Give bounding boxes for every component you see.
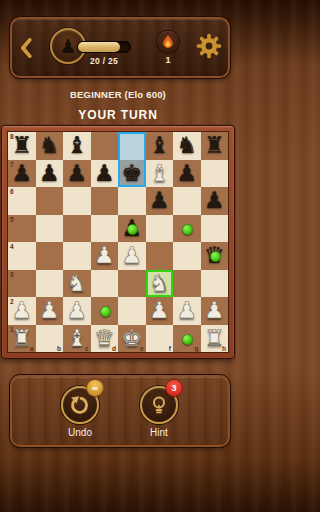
flame-icon — [162, 34, 174, 49]
piece-black-rook-h8[interactable]: ♜ — [201, 132, 229, 160]
file-label-f: f — [169, 345, 171, 352]
turn-indicator: YOUR TURN — [0, 108, 236, 122]
piece-black-bishop-c8[interactable]: ♝ — [63, 132, 91, 160]
piece-white-pawn-g2[interactable]: ♟ — [173, 297, 201, 325]
piece-white-pawn-e4[interactable]: ♟ — [118, 242, 146, 270]
piece-white-king-e1[interactable]: ♚ — [118, 325, 146, 353]
piece-black-knight-b8[interactable]: ♞ — [36, 132, 64, 160]
piece-white-pawn-c2[interactable]: ♟ — [63, 297, 91, 325]
square-d8[interactable] — [91, 132, 119, 160]
action-panel: ∞ Undo 3 Hint — [10, 375, 230, 447]
square-b3[interactable] — [36, 270, 64, 298]
difficulty-label: BEGINNER (Elo 600) — [0, 89, 236, 100]
piece-black-pawn-h6[interactable]: ♟ — [201, 187, 229, 215]
piece-white-bishop-c1[interactable]: ♝ — [63, 325, 91, 353]
square-d6[interactable] — [91, 187, 119, 215]
level-progress-bar — [78, 42, 130, 52]
square-b5[interactable] — [36, 215, 64, 243]
piece-black-pawn-c7[interactable]: ♟ — [63, 160, 91, 188]
undo-count-badge: ∞ — [87, 380, 103, 396]
rank-label-6: 6 — [10, 188, 14, 195]
square-g3[interactable] — [173, 270, 201, 298]
piece-white-rook-a1[interactable]: ♜ — [8, 325, 36, 353]
hint-button[interactable]: 3 Hint — [124, 386, 194, 438]
square-f5[interactable] — [146, 215, 174, 243]
board-frame: 87654321abcdefgh♜♞♝♝♞♜♟♟♟♟♚♝♟♟♟♟♟♟♛♞♞♟♟♟… — [1, 125, 235, 359]
square-h3[interactable] — [201, 270, 229, 298]
chess-board[interactable]: 87654321abcdefgh♜♞♝♝♞♜♟♟♟♟♚♝♟♟♟♟♟♟♛♞♞♟♟♟… — [8, 132, 228, 352]
gear-icon — [196, 33, 222, 59]
piece-black-pawn-d7[interactable]: ♟ — [91, 160, 119, 188]
square-f1[interactable]: f — [146, 325, 174, 353]
square-b4[interactable] — [36, 242, 64, 270]
square-b6[interactable] — [36, 187, 64, 215]
piece-black-bishop-f8[interactable]: ♝ — [146, 132, 174, 160]
square-c5[interactable] — [63, 215, 91, 243]
square-c4[interactable] — [63, 242, 91, 270]
hint-label: Hint — [124, 427, 194, 438]
back-button[interactable] — [19, 38, 33, 58]
square-e6[interactable] — [118, 187, 146, 215]
piece-black-pawn-b7[interactable]: ♟ — [36, 160, 64, 188]
undo-arrow-icon — [70, 395, 90, 415]
streak-count: 1 — [157, 55, 179, 65]
piece-white-pawn-h2[interactable]: ♟ — [201, 297, 229, 325]
square-a3[interactable]: 3 — [8, 270, 36, 298]
level-progress-fill — [78, 42, 120, 52]
piece-black-pawn-a7[interactable]: ♟ — [8, 160, 36, 188]
move-dot-d2[interactable] — [100, 306, 111, 317]
square-c6[interactable] — [63, 187, 91, 215]
piece-white-bishop-f7[interactable]: ♝ — [146, 160, 174, 188]
piece-black-knight-g8[interactable]: ♞ — [173, 132, 201, 160]
square-g4[interactable] — [173, 242, 201, 270]
square-a4[interactable]: 4 — [8, 242, 36, 270]
black-pawn-icon: ♟ — [59, 35, 76, 57]
hint-count-badge: 3 — [166, 380, 182, 396]
level-progress-text: 20 / 25 — [64, 56, 144, 66]
piece-black-pawn-g7[interactable]: ♟ — [173, 160, 201, 188]
capture-dot-h4[interactable] — [210, 251, 221, 262]
back-chevron-icon — [19, 38, 33, 58]
piece-black-pawn-f6[interactable]: ♟ — [146, 187, 174, 215]
piece-black-rook-a8[interactable]: ♜ — [8, 132, 36, 160]
piece-white-knight-f3[interactable]: ♞ — [146, 270, 174, 298]
square-f4[interactable] — [146, 242, 174, 270]
square-a6[interactable]: 6 — [8, 187, 36, 215]
square-g6[interactable] — [173, 187, 201, 215]
square-e3[interactable] — [118, 270, 146, 298]
rank-label-3: 3 — [10, 271, 14, 278]
undo-button[interactable]: ∞ Undo — [45, 386, 115, 438]
piece-white-knight-c3[interactable]: ♞ — [63, 270, 91, 298]
square-a5[interactable]: 5 — [8, 215, 36, 243]
square-d3[interactable] — [91, 270, 119, 298]
piece-white-rook-h1[interactable]: ♜ — [201, 325, 229, 353]
square-h5[interactable] — [201, 215, 229, 243]
streak-badge — [157, 31, 179, 53]
piece-white-pawn-b2[interactable]: ♟ — [36, 297, 64, 325]
square-h7[interactable] — [201, 160, 229, 188]
piece-white-pawn-f2[interactable]: ♟ — [146, 297, 174, 325]
file-label-b: b — [57, 345, 61, 352]
capture-dot-e5[interactable] — [127, 224, 138, 235]
rank-label-4: 4 — [10, 243, 14, 250]
top-bar: ♟ 20 / 25 1 — [10, 17, 230, 78]
move-dot-g1[interactable] — [182, 334, 193, 345]
piece-white-pawn-d4[interactable]: ♟ — [91, 242, 119, 270]
square-b1[interactable]: b — [36, 325, 64, 353]
undo-label: Undo — [45, 427, 115, 438]
move-dot-g5[interactable] — [182, 224, 193, 235]
settings-button[interactable] — [196, 33, 222, 59]
piece-white-pawn-a2[interactable]: ♟ — [8, 297, 36, 325]
piece-black-king-e7[interactable]: ♚ — [118, 160, 146, 188]
piece-white-queen-d1[interactable]: ♛ — [91, 325, 119, 353]
square-e2[interactable] — [118, 297, 146, 325]
rank-label-5: 5 — [10, 216, 14, 223]
lightbulb-icon — [149, 395, 169, 415]
file-label-g: g — [195, 345, 199, 352]
square-d5[interactable] — [91, 215, 119, 243]
